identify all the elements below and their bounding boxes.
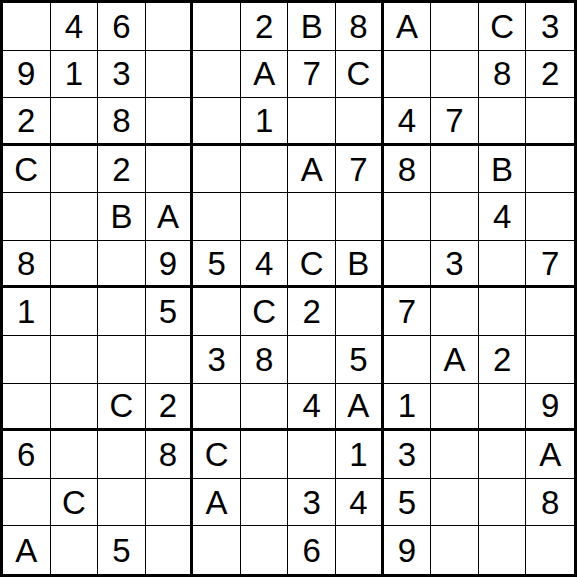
cell-r9c1[interactable] — [3, 384, 51, 432]
cell-r3c5[interactable] — [193, 98, 241, 146]
cell-r10c12[interactable]: A — [526, 431, 574, 479]
cell-r5c12[interactable] — [526, 193, 574, 241]
cell-r11c6[interactable] — [241, 479, 289, 527]
cell-r7c3[interactable] — [98, 288, 146, 336]
cell-r2c2[interactable]: 1 — [51, 51, 99, 99]
cell-r11c2[interactable]: C — [51, 479, 99, 527]
cell-r4c7[interactable]: A — [288, 146, 336, 194]
cell-r10c7[interactable] — [288, 431, 336, 479]
cell-r12c2[interactable] — [51, 526, 99, 574]
cell-r8c7[interactable] — [288, 336, 336, 384]
cell-r6c12[interactable]: 7 — [526, 241, 574, 289]
cell-r10c4[interactable]: 8 — [146, 431, 194, 479]
cell-r6c7[interactable]: C — [288, 241, 336, 289]
cell-r3c2[interactable] — [51, 98, 99, 146]
cell-r11c10[interactable] — [431, 479, 479, 527]
cell-r1c11[interactable]: C — [479, 3, 527, 51]
cell-r12c12[interactable] — [526, 526, 574, 574]
cell-r3c4[interactable] — [146, 98, 194, 146]
cell-r6c4[interactable]: 9 — [146, 241, 194, 289]
cell-r5c6[interactable] — [241, 193, 289, 241]
cell-r3c8[interactable] — [336, 98, 384, 146]
cell-r1c8[interactable]: 8 — [336, 3, 384, 51]
cell-r9c10[interactable] — [431, 384, 479, 432]
cell-r5c11[interactable]: 4 — [479, 193, 527, 241]
cell-r10c6[interactable] — [241, 431, 289, 479]
cell-r9c5[interactable] — [193, 384, 241, 432]
cell-r1c9[interactable]: A — [384, 3, 432, 51]
cell-r3c1[interactable]: 2 — [3, 98, 51, 146]
cell-r8c8[interactable]: 5 — [336, 336, 384, 384]
cell-r8c10[interactable]: A — [431, 336, 479, 384]
cell-r8c12[interactable] — [526, 336, 574, 384]
cell-r10c9[interactable]: 3 — [384, 431, 432, 479]
cell-r7c8[interactable] — [336, 288, 384, 336]
cell-r11c11[interactable] — [479, 479, 527, 527]
cell-r12c10[interactable] — [431, 526, 479, 574]
cell-r2c5[interactable] — [193, 51, 241, 99]
cell-r2c1[interactable]: 9 — [3, 51, 51, 99]
cell-r11c9[interactable]: 5 — [384, 479, 432, 527]
cell-r1c10[interactable] — [431, 3, 479, 51]
cell-r8c11[interactable]: 2 — [479, 336, 527, 384]
cell-r4c10[interactable] — [431, 146, 479, 194]
cell-r3c6[interactable]: 1 — [241, 98, 289, 146]
cell-r8c3[interactable] — [98, 336, 146, 384]
cell-r2c9[interactable] — [384, 51, 432, 99]
cell-r7c9[interactable]: 7 — [384, 288, 432, 336]
cell-r9c8[interactable]: A — [336, 384, 384, 432]
cell-r4c9[interactable]: 8 — [384, 146, 432, 194]
cell-r11c12[interactable]: 8 — [526, 479, 574, 527]
cell-r10c1[interactable]: 6 — [3, 431, 51, 479]
cell-r11c5[interactable]: A — [193, 479, 241, 527]
sudoku-board: 462B8AC3913A7C8228147C2A78BBA48954CB3715… — [0, 0, 577, 577]
cell-r9c2[interactable] — [51, 384, 99, 432]
cell-r4c4[interactable] — [146, 146, 194, 194]
cell-r1c12[interactable]: 3 — [526, 3, 574, 51]
cell-r1c6[interactable]: 2 — [241, 3, 289, 51]
cell-r7c12[interactable] — [526, 288, 574, 336]
cell-r4c6[interactable] — [241, 146, 289, 194]
cell-r7c2[interactable] — [51, 288, 99, 336]
cell-r8c5[interactable]: 3 — [193, 336, 241, 384]
cell-r6c2[interactable] — [51, 241, 99, 289]
cell-r9c4[interactable]: 2 — [146, 384, 194, 432]
cell-r10c3[interactable] — [98, 431, 146, 479]
cell-r7c4[interactable]: 5 — [146, 288, 194, 336]
cell-r4c8[interactable]: 7 — [336, 146, 384, 194]
cell-r4c2[interactable] — [51, 146, 99, 194]
cell-r11c7[interactable]: 3 — [288, 479, 336, 527]
cell-r6c5[interactable]: 5 — [193, 241, 241, 289]
cell-r1c3[interactable]: 6 — [98, 3, 146, 51]
cell-r12c5[interactable] — [193, 526, 241, 574]
cell-r5c2[interactable] — [51, 193, 99, 241]
cell-r11c3[interactable] — [98, 479, 146, 527]
cell-r3c10[interactable]: 7 — [431, 98, 479, 146]
cell-r7c5[interactable] — [193, 288, 241, 336]
cell-r5c10[interactable] — [431, 193, 479, 241]
cell-r9c7[interactable]: 4 — [288, 384, 336, 432]
cell-r10c5[interactable]: C — [193, 431, 241, 479]
cell-r3c11[interactable] — [479, 98, 527, 146]
cell-r9c11[interactable] — [479, 384, 527, 432]
cell-r1c4[interactable] — [146, 3, 194, 51]
cell-r12c6[interactable] — [241, 526, 289, 574]
cell-r9c12[interactable]: 9 — [526, 384, 574, 432]
cell-r8c9[interactable] — [384, 336, 432, 384]
cell-r4c11[interactable]: B — [479, 146, 527, 194]
cell-r12c4[interactable] — [146, 526, 194, 574]
cell-r9c3[interactable]: C — [98, 384, 146, 432]
cell-r12c9[interactable]: 9 — [384, 526, 432, 574]
cell-r5c5[interactable] — [193, 193, 241, 241]
cell-r2c4[interactable] — [146, 51, 194, 99]
cell-r3c3[interactable]: 8 — [98, 98, 146, 146]
cell-r2c10[interactable] — [431, 51, 479, 99]
cell-r12c3[interactable]: 5 — [98, 526, 146, 574]
cell-r5c8[interactable] — [336, 193, 384, 241]
cell-r7c11[interactable] — [479, 288, 527, 336]
cell-r2c3[interactable]: 3 — [98, 51, 146, 99]
cell-r4c5[interactable] — [193, 146, 241, 194]
cell-r6c6[interactable]: 4 — [241, 241, 289, 289]
cell-r2c6[interactable]: A — [241, 51, 289, 99]
cell-r11c4[interactable] — [146, 479, 194, 527]
cell-r1c2[interactable]: 4 — [51, 3, 99, 51]
cell-r8c1[interactable] — [3, 336, 51, 384]
cell-r5c9[interactable] — [384, 193, 432, 241]
cell-r5c4[interactable]: A — [146, 193, 194, 241]
cell-r3c7[interactable] — [288, 98, 336, 146]
cell-r3c9[interactable]: 4 — [384, 98, 432, 146]
cell-r10c11[interactable] — [479, 431, 527, 479]
cell-r8c6[interactable]: 8 — [241, 336, 289, 384]
cell-r12c8[interactable] — [336, 526, 384, 574]
cell-r7c6[interactable]: C — [241, 288, 289, 336]
cell-r6c9[interactable] — [384, 241, 432, 289]
cell-r6c3[interactable] — [98, 241, 146, 289]
cell-r6c1[interactable]: 8 — [3, 241, 51, 289]
cell-r3c12[interactable] — [526, 98, 574, 146]
cell-r2c8[interactable]: C — [336, 51, 384, 99]
cell-r12c1[interactable]: A — [3, 526, 51, 574]
cell-r7c7[interactable]: 2 — [288, 288, 336, 336]
cell-r6c10[interactable]: 3 — [431, 241, 479, 289]
cell-r4c3[interactable]: 2 — [98, 146, 146, 194]
cell-r9c9[interactable]: 1 — [384, 384, 432, 432]
cell-r2c7[interactable]: 7 — [288, 51, 336, 99]
cell-r12c11[interactable] — [479, 526, 527, 574]
cell-r1c7[interactable]: B — [288, 3, 336, 51]
cell-r10c8[interactable]: 1 — [336, 431, 384, 479]
cell-r11c8[interactable]: 4 — [336, 479, 384, 527]
cell-r7c10[interactable] — [431, 288, 479, 336]
cell-r5c7[interactable] — [288, 193, 336, 241]
cell-r7c1[interactable]: 1 — [3, 288, 51, 336]
cell-r1c5[interactable] — [193, 3, 241, 51]
cell-r4c12[interactable] — [526, 146, 574, 194]
cell-r5c3[interactable]: B — [98, 193, 146, 241]
cell-r1c1[interactable] — [3, 3, 51, 51]
cell-r8c4[interactable] — [146, 336, 194, 384]
cell-r8c2[interactable] — [51, 336, 99, 384]
cell-r9c6[interactable] — [241, 384, 289, 432]
cell-r6c11[interactable] — [479, 241, 527, 289]
cell-r5c1[interactable] — [3, 193, 51, 241]
cell-r10c2[interactable] — [51, 431, 99, 479]
cell-r6c8[interactable]: B — [336, 241, 384, 289]
cell-r11c1[interactable] — [3, 479, 51, 527]
cell-r12c7[interactable]: 6 — [288, 526, 336, 574]
cell-r4c1[interactable]: C — [3, 146, 51, 194]
cell-r2c12[interactable]: 2 — [526, 51, 574, 99]
cell-r2c11[interactable]: 8 — [479, 51, 527, 99]
cell-r10c10[interactable] — [431, 431, 479, 479]
